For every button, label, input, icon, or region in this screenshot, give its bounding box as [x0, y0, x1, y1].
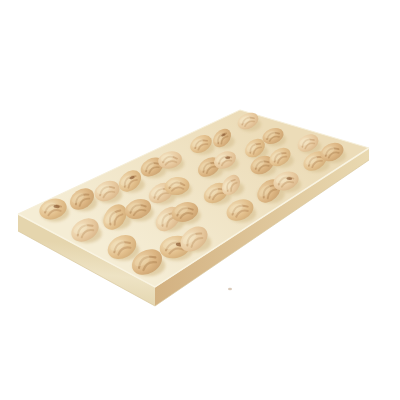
- crumb-speck: [228, 288, 232, 291]
- chocolate-bar-image: [0, 0, 400, 400]
- product-photo: [0, 0, 400, 400]
